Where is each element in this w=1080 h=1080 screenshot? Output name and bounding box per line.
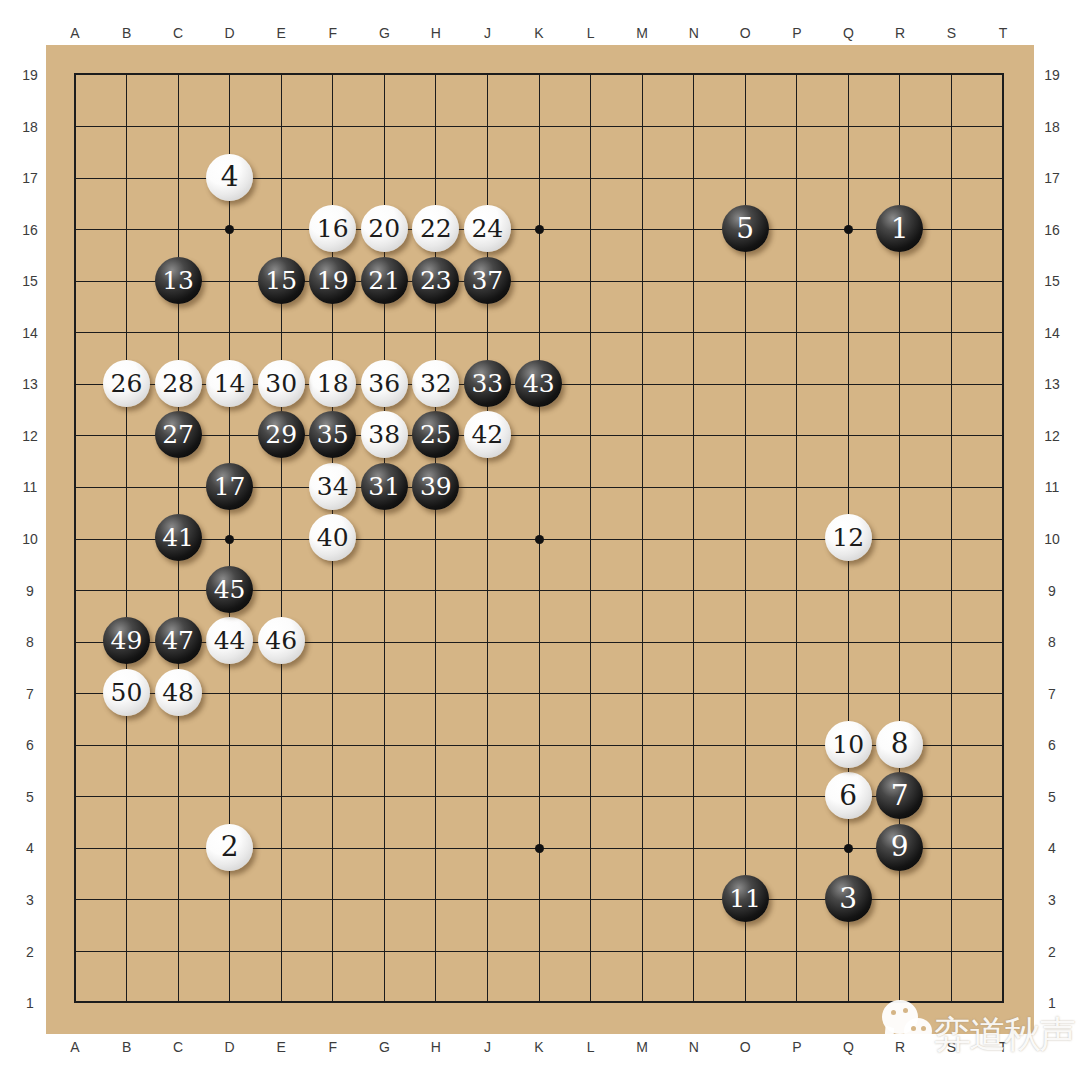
coordinate-label: J [484, 1039, 491, 1055]
coordinate-label: 9 [26, 583, 34, 599]
coordinate-label: R [895, 1039, 905, 1055]
coordinate-label: Q [843, 1039, 854, 1055]
stone-black-21-G15: 21 [361, 257, 408, 304]
stone-white-26-B13: 26 [103, 360, 150, 407]
coordinate-label: 12 [22, 428, 38, 444]
coordinate-label: C [173, 25, 183, 41]
coordinate-label: T [999, 1039, 1008, 1055]
stone-white-24-J16: 24 [464, 205, 511, 252]
coordinate-label: 16 [1044, 222, 1060, 238]
coordinate-label: K [534, 1039, 543, 1055]
stone-black-25-H12: 25 [412, 411, 459, 458]
coordinate-label: 10 [1044, 531, 1060, 547]
coordinate-label: S [947, 1039, 956, 1055]
stone-black-13-C15: 13 [155, 257, 202, 304]
coordinate-label: E [277, 25, 286, 41]
coordinate-label: 7 [1048, 686, 1056, 702]
coordinate-label: 10 [22, 531, 38, 547]
stone-white-2-D4: 2 [206, 824, 253, 871]
page: 1234567891011121314151617181920212223242… [0, 0, 1080, 1080]
coordinate-label: L [587, 1039, 595, 1055]
coordinate-label: 7 [26, 686, 34, 702]
stone-white-34-F11: 34 [309, 463, 356, 510]
coordinate-label: P [792, 1039, 801, 1055]
coordinate-label: 12 [1044, 428, 1060, 444]
coordinate-label: F [329, 1039, 338, 1055]
coordinate-label: 16 [22, 222, 38, 238]
coordinate-label: O [740, 1039, 751, 1055]
coordinate-label: 4 [1048, 840, 1056, 856]
stone-white-50-B7: 50 [103, 669, 150, 716]
stone-white-30-E13: 30 [258, 360, 305, 407]
stone-black-5-O16: 5 [722, 205, 769, 252]
stone-black-19-F15: 19 [309, 257, 356, 304]
stone-black-45-D9: 45 [206, 566, 253, 613]
stone-black-3-Q3: 3 [825, 875, 872, 922]
stone-white-14-D13: 14 [206, 360, 253, 407]
coordinate-label: 6 [26, 737, 34, 753]
coordinate-label: G [379, 25, 390, 41]
coordinate-label: 3 [1048, 892, 1056, 908]
coordinate-label: 11 [23, 479, 38, 495]
stone-white-4-D17: 4 [206, 154, 253, 201]
coordinate-label: 17 [22, 170, 38, 186]
coordinate-label: D [225, 25, 235, 41]
coordinate-label: 3 [26, 892, 34, 908]
stone-black-47-C8: 47 [155, 617, 202, 664]
coordinate-label: A [70, 25, 79, 41]
coordinate-label: N [689, 25, 699, 41]
coordinate-label: 14 [22, 325, 38, 341]
coordinate-label: F [329, 25, 338, 41]
coordinate-label: 1 [1048, 995, 1056, 1011]
stone-black-11-O3: 11 [722, 875, 769, 922]
stone-white-18-F13: 18 [309, 360, 356, 407]
coordinate-label: 9 [1048, 583, 1056, 599]
coordinate-label: N [689, 1039, 699, 1055]
coordinate-label: 8 [26, 634, 34, 650]
stone-black-37-J15: 37 [464, 257, 511, 304]
stone-black-39-H11: 39 [412, 463, 459, 510]
coordinate-label: 6 [1048, 737, 1056, 753]
coordinate-label: 19 [1044, 67, 1060, 83]
coordinate-label: 15 [1044, 273, 1060, 289]
stone-white-8-R6: 8 [876, 721, 923, 768]
stone-black-23-H15: 23 [412, 257, 459, 304]
coordinate-label: 17 [1044, 170, 1060, 186]
coordinate-label: L [587, 25, 595, 41]
stone-black-9-R4: 9 [876, 824, 923, 871]
stone-black-43-K13: 43 [515, 360, 562, 407]
stone-white-12-Q10: 12 [825, 514, 872, 561]
stone-black-35-F12: 35 [309, 411, 356, 458]
stone-white-10-Q6: 10 [825, 721, 872, 768]
stone-black-17-D11: 17 [206, 463, 253, 510]
stone-white-28-C13: 28 [155, 360, 202, 407]
stone-white-42-J12: 42 [464, 411, 511, 458]
stone-white-44-D8: 44 [206, 617, 253, 664]
stone-black-41-C10: 41 [155, 514, 202, 561]
stone-white-22-H16: 22 [412, 205, 459, 252]
coordinate-label: B [122, 25, 131, 41]
coordinate-label: T [999, 25, 1008, 41]
stone-white-32-H13: 32 [412, 360, 459, 407]
coordinate-label: 13 [22, 376, 38, 392]
coordinate-label: O [740, 25, 751, 41]
coordinate-label: G [379, 1039, 390, 1055]
coordinate-label: 18 [22, 119, 38, 135]
coordinate-label: C [173, 1039, 183, 1055]
stone-white-16-F16: 16 [309, 205, 356, 252]
coordinate-label: 5 [26, 789, 34, 805]
coordinate-label: D [225, 1039, 235, 1055]
coordinate-label: 14 [1044, 325, 1060, 341]
stone-white-20-G16: 20 [361, 205, 408, 252]
coordinate-label: 5 [1048, 789, 1056, 805]
stone-white-48-C7: 48 [155, 669, 202, 716]
stone-white-36-G13: 36 [361, 360, 408, 407]
stone-white-46-E8: 46 [258, 617, 305, 664]
stone-black-33-J13: 33 [464, 360, 511, 407]
coordinate-label: 2 [26, 944, 34, 960]
go-board: 1234567891011121314151617181920212223242… [46, 45, 1034, 1034]
coordinate-label: P [792, 25, 801, 41]
coordinate-label: E [277, 1039, 286, 1055]
stones-layer: 1234567891011121314151617181920212223242… [49, 48, 1028, 1027]
stone-black-1-R16: 1 [876, 205, 923, 252]
coordinate-label: R [895, 25, 905, 41]
stone-white-6-Q5: 6 [825, 772, 872, 819]
stone-white-38-G12: 38 [361, 411, 408, 458]
coordinate-label: 13 [1044, 376, 1060, 392]
coordinate-label: K [534, 25, 543, 41]
coordinate-label: S [947, 25, 956, 41]
stone-black-15-E15: 15 [258, 257, 305, 304]
coordinate-label: 8 [1048, 634, 1056, 650]
coordinate-label: Q [843, 25, 854, 41]
stone-black-7-R5: 7 [876, 772, 923, 819]
coordinate-label: 18 [1044, 119, 1060, 135]
coordinate-label: J [484, 25, 491, 41]
coordinate-label: H [431, 25, 441, 41]
coordinate-label: B [122, 1039, 131, 1055]
coordinate-label: 15 [22, 273, 38, 289]
coordinate-label: M [636, 1039, 648, 1055]
coordinate-label: 4 [26, 840, 34, 856]
coordinate-label: 1 [26, 995, 34, 1011]
coordinate-label: 19 [22, 67, 38, 83]
coordinate-label: M [636, 25, 648, 41]
stone-black-27-C12: 27 [155, 411, 202, 458]
stone-black-31-G11: 31 [361, 463, 408, 510]
coordinate-label: A [70, 1039, 79, 1055]
stone-white-40-F10: 40 [309, 514, 356, 561]
coordinate-label: 11 [1045, 479, 1060, 495]
stone-black-29-E12: 29 [258, 411, 305, 458]
stone-black-49-B8: 49 [103, 617, 150, 664]
coordinate-label: H [431, 1039, 441, 1055]
coordinate-label: 2 [1048, 944, 1056, 960]
